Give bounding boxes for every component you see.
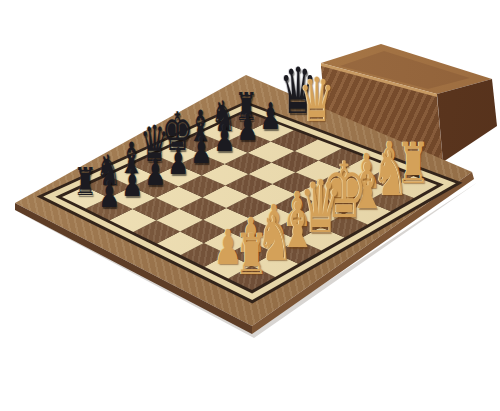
piece-black-pawn-e7[interactable]: ♟: [190, 133, 212, 170]
piece-white-rook-a1[interactable]: ♜: [235, 226, 268, 283]
spare-white-queen[interactable]: ♛: [299, 69, 335, 130]
piece-black-pawn-b7[interactable]: ♟: [121, 166, 143, 203]
piece-black-rook-a8[interactable]: ♜: [74, 164, 97, 203]
piece-black-pawn-f7[interactable]: ♟: [213, 121, 235, 158]
piece-black-pawn-h7[interactable]: ♟: [259, 99, 281, 136]
piece-black-pawn-d7[interactable]: ♟: [167, 144, 189, 181]
piece-black-pawn-c7[interactable]: ♟: [144, 155, 166, 192]
piece-black-pawn-g7[interactable]: ♟: [236, 110, 258, 147]
chess-set-scene: ♜♞♝♛♚♝♞♜♟♟♟♟♟♟♟♟♟♟♟♟♟♟♟♟♜♞♝♛♚♝♞♜♛♛: [0, 0, 500, 411]
piece-black-pawn-a7[interactable]: ♟: [98, 177, 120, 214]
